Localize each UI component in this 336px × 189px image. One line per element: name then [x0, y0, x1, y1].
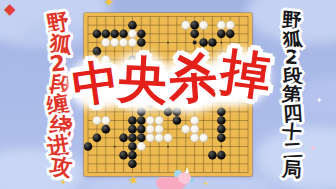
black-stone: [128, 116, 137, 125]
white-stone: [217, 21, 226, 30]
star-sparkle-icon: ✦: [316, 97, 323, 105]
white-stone: [190, 116, 199, 125]
black-stone: [217, 125, 226, 134]
black-stone: [208, 151, 217, 160]
black-stone: [101, 30, 110, 39]
white-stone: [181, 125, 190, 134]
black-stone: [128, 134, 137, 143]
center-title: 中央杀掉: [66, 44, 276, 114]
white-stone: [128, 30, 137, 39]
unicorn-head: [178, 172, 191, 184]
black-stone: [217, 30, 226, 39]
black-stone: [119, 30, 128, 39]
black-stone: [128, 125, 137, 134]
unicorn-figure: [152, 172, 194, 189]
white-stone: [146, 125, 155, 134]
black-stone: [93, 134, 102, 143]
white-stone: [155, 125, 164, 134]
black-stone: [217, 151, 226, 160]
white-stone: [101, 116, 110, 125]
white-stone: [146, 134, 155, 143]
white-stone: [199, 21, 208, 30]
black-stone: [101, 125, 110, 134]
star-sparkle-icon: ✦: [309, 144, 317, 153]
caption-char: 杀: [166, 42, 223, 115]
star-point: [220, 146, 222, 148]
white-stone: [181, 21, 190, 30]
black-stone: [93, 30, 102, 39]
white-stone: [190, 134, 199, 143]
white-stone: [155, 134, 164, 143]
star-sparkle-icon: ✦: [103, 0, 115, 9]
star-sparkle-icon: ✦: [203, 181, 209, 188]
white-stone: [190, 125, 199, 134]
black-stone: [173, 116, 182, 125]
black-stone: [217, 116, 226, 125]
diamond-sparkle-icon: ◆: [4, 2, 16, 17]
right-caption: 野狐2段第四十二局: [274, 12, 310, 179]
white-stone: [226, 21, 235, 30]
black-stone: [137, 30, 146, 39]
black-stone: [128, 151, 137, 160]
white-stone: [155, 116, 164, 125]
black-stone: [190, 30, 199, 39]
black-stone: [217, 134, 226, 143]
caption-char: 掉: [216, 37, 275, 110]
star-sparkle-icon: ✦: [292, 50, 300, 60]
video-thumbnail[interactable]: 野狐2段缠绕进攻 野狐2段第四十二局 中央杀掉 ◆ ✦ ✦ ✦ ✦ ★ ★ ✦ …: [0, 0, 336, 189]
white-stone: [93, 116, 102, 125]
black-stone: [128, 160, 137, 169]
center-title-banner: 中央杀掉: [66, 44, 276, 116]
white-stone: [146, 116, 155, 125]
caption-char: 央: [116, 45, 169, 115]
star-point: [114, 146, 116, 148]
caption-char: 中: [69, 50, 123, 118]
black-stone: [137, 116, 146, 125]
black-stone: [137, 125, 146, 134]
black-stone: [190, 21, 199, 30]
black-stone: [137, 134, 146, 143]
black-stone: [110, 30, 119, 39]
white-stone: [164, 134, 173, 143]
star-point: [167, 146, 169, 148]
black-stone: [119, 151, 128, 160]
black-stone: [128, 21, 137, 30]
white-stone: [199, 134, 208, 143]
black-stone: [226, 30, 235, 39]
black-stone: [128, 142, 137, 151]
unicorn-horn: [185, 167, 189, 173]
caption-char: 攻: [49, 155, 74, 178]
black-stone: [84, 142, 92, 151]
caption-char: 局: [282, 160, 303, 180]
star-sparkle-icon: ✦: [60, 179, 67, 187]
white-stone: [137, 142, 146, 151]
black-stone: [119, 134, 128, 143]
